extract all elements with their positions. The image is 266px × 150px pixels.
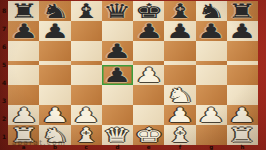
piece-white-pawn[interactable]: ♟	[197, 105, 226, 125]
piece-white-pawn[interactable]: ♟	[72, 105, 101, 125]
square-b8[interactable]: ♞	[39, 1, 70, 21]
square-g8[interactable]: ♞	[196, 1, 227, 21]
square-b2[interactable]: ♟	[39, 105, 70, 125]
piece-black-pawn[interactable]: ♟	[134, 21, 163, 41]
piece-white-king[interactable]: ♚	[134, 125, 163, 145]
rank-label-6: 6	[0, 37, 8, 55]
piece-black-knight[interactable]: ♞	[197, 1, 226, 21]
file-label-c: c	[71, 144, 102, 150]
piece-black-pawn[interactable]: ♟	[40, 21, 69, 41]
square-f8[interactable]: ♝	[164, 1, 195, 21]
square-h4[interactable]	[227, 65, 258, 85]
square-h8[interactable]: ♜	[227, 1, 258, 21]
piece-white-pawn[interactable]: ♟	[134, 65, 163, 85]
square-d3[interactable]	[102, 85, 133, 105]
piece-white-bishop[interactable]: ♝	[165, 125, 194, 145]
square-f2[interactable]: ♟	[164, 105, 195, 125]
square-f3[interactable]: ♞	[164, 85, 195, 105]
piece-white-pawn[interactable]: ♟	[165, 105, 194, 125]
file-label-g: g	[196, 144, 227, 150]
square-e3[interactable]	[133, 85, 164, 105]
piece-black-queen[interactable]: ♛	[103, 1, 132, 21]
piece-black-pawn[interactable]: ♟	[103, 41, 132, 61]
piece-black-pawn[interactable]: ♟	[197, 21, 226, 41]
piece-white-pawn[interactable]: ♟	[9, 105, 38, 125]
rank-label-8: 8	[0, 1, 8, 19]
square-d2[interactable]	[102, 105, 133, 125]
piece-black-pawn[interactable]: ♟	[165, 21, 194, 41]
square-g6[interactable]	[196, 41, 227, 61]
square-c7[interactable]	[71, 21, 102, 41]
square-h2[interactable]: ♟	[227, 105, 258, 125]
rank-label-1: 1	[0, 127, 8, 145]
file-label-h: h	[227, 144, 258, 150]
square-g1[interactable]	[196, 125, 227, 145]
board-frame: 87654321 ♜♞♝♛♚♝♞♜♟♟♟♟♟♟♟♟♟♞♟♟♟♟♟♟♜♞♝♛♚♝♜…	[0, 0, 266, 150]
square-b6[interactable]	[39, 41, 70, 61]
piece-black-bishop[interactable]: ♝	[72, 1, 101, 21]
square-d1[interactable]: ♛	[102, 125, 133, 145]
file-label-d: d	[102, 144, 133, 150]
piece-black-pawn[interactable]: ♟	[9, 21, 38, 41]
square-g2[interactable]: ♟	[196, 105, 227, 125]
square-h7[interactable]: ♟	[227, 21, 258, 41]
piece-white-rook[interactable]: ♜	[228, 125, 257, 145]
square-e6[interactable]	[133, 41, 164, 61]
square-c2[interactable]: ♟	[71, 105, 102, 125]
square-e2[interactable]	[133, 105, 164, 125]
rank-label-5: 5	[0, 55, 8, 73]
square-e4[interactable]: ♟	[133, 65, 164, 85]
piece-black-rook[interactable]: ♜	[228, 1, 257, 21]
square-a8[interactable]: ♜	[8, 1, 39, 21]
square-a4[interactable]	[8, 65, 39, 85]
square-d4[interactable]: ♟	[102, 65, 133, 85]
piece-white-pawn[interactable]: ♟	[228, 105, 257, 125]
square-b4[interactable]	[39, 65, 70, 85]
file-label-f: f	[164, 144, 195, 150]
square-d6[interactable]: ♟	[102, 41, 133, 61]
square-e8[interactable]: ♚	[133, 1, 164, 21]
square-c6[interactable]	[71, 41, 102, 61]
square-c4[interactable]	[71, 65, 102, 85]
piece-white-pawn[interactable]: ♟	[40, 105, 69, 125]
square-h1[interactable]: ♜	[227, 125, 258, 145]
board: ♜♞♝♛♚♝♞♜♟♟♟♟♟♟♟♟♟♞♟♟♟♟♟♟♜♞♝♛♚♝♜	[8, 1, 258, 145]
piece-black-king[interactable]: ♚	[134, 1, 163, 21]
square-g3[interactable]	[196, 85, 227, 105]
square-e1[interactable]: ♚	[133, 125, 164, 145]
square-h6[interactable]	[227, 41, 258, 61]
square-a6[interactable]	[8, 41, 39, 61]
square-f6[interactable]	[164, 41, 195, 61]
square-a2[interactable]: ♟	[8, 105, 39, 125]
square-e7[interactable]: ♟	[133, 21, 164, 41]
square-f4[interactable]	[164, 65, 195, 85]
square-c8[interactable]: ♝	[71, 1, 102, 21]
square-g4[interactable]	[196, 65, 227, 85]
rank-label-2: 2	[0, 109, 8, 127]
rank-label-3: 3	[0, 91, 8, 109]
piece-black-knight[interactable]: ♞	[40, 1, 69, 21]
piece-white-bishop[interactable]: ♝	[72, 125, 101, 145]
square-a3[interactable]	[8, 85, 39, 105]
square-b3[interactable]	[39, 85, 70, 105]
square-d7[interactable]	[102, 21, 133, 41]
piece-black-bishop[interactable]: ♝	[165, 1, 194, 21]
square-f1[interactable]: ♝	[164, 125, 195, 145]
square-g7[interactable]: ♟	[196, 21, 227, 41]
piece-black-rook[interactable]: ♜	[9, 1, 38, 21]
square-d8[interactable]: ♛	[102, 1, 133, 21]
square-c1[interactable]: ♝	[71, 125, 102, 145]
square-f7[interactable]: ♟	[164, 21, 195, 41]
watermark: aparat.com	[12, 139, 66, 147]
square-h3[interactable]	[227, 85, 258, 105]
square-a7[interactable]: ♟	[8, 21, 39, 41]
piece-black-pawn[interactable]: ♟	[228, 21, 257, 41]
square-c3[interactable]	[71, 85, 102, 105]
square-b7[interactable]: ♟	[39, 21, 70, 41]
rank-labels: 87654321	[0, 1, 8, 145]
rank-label-7: 7	[0, 19, 8, 37]
rank-label-4: 4	[0, 73, 8, 91]
piece-black-pawn[interactable]: ♟	[103, 65, 132, 85]
file-label-e: e	[133, 144, 164, 150]
piece-white-knight[interactable]: ♞	[165, 85, 194, 105]
piece-white-queen[interactable]: ♛	[103, 125, 132, 145]
